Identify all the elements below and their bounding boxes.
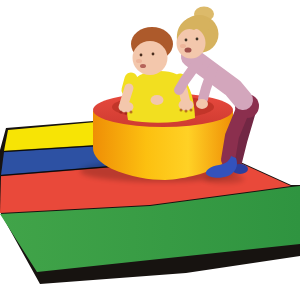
baby-face [133,41,168,75]
product-photo [0,0,300,300]
girl-hand-right [151,95,164,105]
soft-play-scene [0,0,300,300]
girl-eye [185,39,188,42]
girl-hand-left [196,99,208,109]
baby-eye [152,53,155,56]
girl-eye [196,38,199,41]
baby-cheek [136,59,142,63]
baby-mouth [140,64,146,68]
girl-mouth [185,47,192,52]
girl-cheek [180,44,186,48]
baby-eye [140,54,143,57]
